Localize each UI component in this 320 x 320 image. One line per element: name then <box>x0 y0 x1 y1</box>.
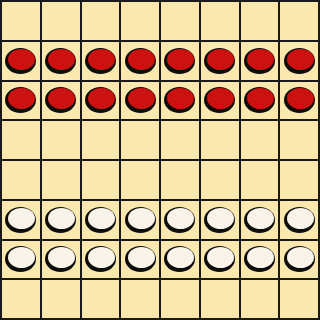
square-f2[interactable] <box>201 241 239 279</box>
white-piece[interactable] <box>204 246 235 272</box>
white-piece[interactable] <box>5 246 36 272</box>
square-e8[interactable] <box>161 2 199 40</box>
square-e7[interactable] <box>161 42 199 80</box>
square-g1[interactable] <box>241 280 279 318</box>
square-c3[interactable] <box>82 201 120 239</box>
white-piece[interactable] <box>164 207 195 233</box>
square-f6[interactable] <box>201 82 239 120</box>
white-piece[interactable] <box>164 246 195 272</box>
square-c8[interactable] <box>82 2 120 40</box>
white-piece[interactable] <box>244 207 275 233</box>
white-piece[interactable] <box>85 207 116 233</box>
square-b6[interactable] <box>42 82 80 120</box>
white-piece[interactable] <box>244 246 275 272</box>
square-h5[interactable] <box>280 121 318 159</box>
square-g3[interactable] <box>241 201 279 239</box>
square-b5[interactable] <box>42 121 80 159</box>
square-g8[interactable] <box>241 2 279 40</box>
red-piece[interactable] <box>5 48 36 74</box>
square-h6[interactable] <box>280 82 318 120</box>
red-piece[interactable] <box>164 48 195 74</box>
square-h4[interactable] <box>280 161 318 199</box>
square-e2[interactable] <box>161 241 199 279</box>
red-piece[interactable] <box>204 87 235 113</box>
square-a1[interactable] <box>2 280 40 318</box>
square-a8[interactable] <box>2 2 40 40</box>
red-piece[interactable] <box>85 87 116 113</box>
square-c6[interactable] <box>82 82 120 120</box>
square-e5[interactable] <box>161 121 199 159</box>
square-b8[interactable] <box>42 2 80 40</box>
square-d2[interactable] <box>121 241 159 279</box>
square-f8[interactable] <box>201 2 239 40</box>
red-piece[interactable] <box>164 87 195 113</box>
square-b4[interactable] <box>42 161 80 199</box>
square-e3[interactable] <box>161 201 199 239</box>
red-piece[interactable] <box>244 87 275 113</box>
square-e1[interactable] <box>161 280 199 318</box>
white-piece[interactable] <box>125 207 156 233</box>
white-piece[interactable] <box>45 246 76 272</box>
square-d3[interactable] <box>121 201 159 239</box>
red-piece[interactable] <box>5 87 36 113</box>
red-piece[interactable] <box>204 48 235 74</box>
square-f5[interactable] <box>201 121 239 159</box>
white-piece[interactable] <box>5 207 36 233</box>
square-d6[interactable] <box>121 82 159 120</box>
square-a3[interactable] <box>2 201 40 239</box>
square-c2[interactable] <box>82 241 120 279</box>
square-d5[interactable] <box>121 121 159 159</box>
square-h2[interactable] <box>280 241 318 279</box>
square-a4[interactable] <box>2 161 40 199</box>
square-b2[interactable] <box>42 241 80 279</box>
white-piece[interactable] <box>85 246 116 272</box>
square-e4[interactable] <box>161 161 199 199</box>
square-b1[interactable] <box>42 280 80 318</box>
red-piece[interactable] <box>284 48 315 74</box>
square-d1[interactable] <box>121 280 159 318</box>
square-g6[interactable] <box>241 82 279 120</box>
red-piece[interactable] <box>244 48 275 74</box>
red-piece[interactable] <box>45 48 76 74</box>
square-b3[interactable] <box>42 201 80 239</box>
square-d8[interactable] <box>121 2 159 40</box>
square-a6[interactable] <box>2 82 40 120</box>
square-g7[interactable] <box>241 42 279 80</box>
red-piece[interactable] <box>125 87 156 113</box>
square-c1[interactable] <box>82 280 120 318</box>
square-g2[interactable] <box>241 241 279 279</box>
square-a7[interactable] <box>2 42 40 80</box>
white-piece[interactable] <box>45 207 76 233</box>
white-piece[interactable] <box>204 207 235 233</box>
square-d4[interactable] <box>121 161 159 199</box>
white-piece[interactable] <box>125 246 156 272</box>
square-f7[interactable] <box>201 42 239 80</box>
white-piece[interactable] <box>284 207 315 233</box>
square-c5[interactable] <box>82 121 120 159</box>
red-piece[interactable] <box>85 48 116 74</box>
square-h1[interactable] <box>280 280 318 318</box>
red-piece[interactable] <box>125 48 156 74</box>
square-h7[interactable] <box>280 42 318 80</box>
square-f1[interactable] <box>201 280 239 318</box>
square-f4[interactable] <box>201 161 239 199</box>
square-g4[interactable] <box>241 161 279 199</box>
square-h3[interactable] <box>280 201 318 239</box>
square-e6[interactable] <box>161 82 199 120</box>
square-c7[interactable] <box>82 42 120 80</box>
red-piece[interactable] <box>45 87 76 113</box>
square-g5[interactable] <box>241 121 279 159</box>
square-d7[interactable] <box>121 42 159 80</box>
square-h8[interactable] <box>280 2 318 40</box>
red-piece[interactable] <box>284 87 315 113</box>
turkish-draughts-board <box>0 0 320 320</box>
white-piece[interactable] <box>284 246 315 272</box>
square-f3[interactable] <box>201 201 239 239</box>
square-c4[interactable] <box>82 161 120 199</box>
square-b7[interactable] <box>42 42 80 80</box>
square-a2[interactable] <box>2 241 40 279</box>
square-a5[interactable] <box>2 121 40 159</box>
